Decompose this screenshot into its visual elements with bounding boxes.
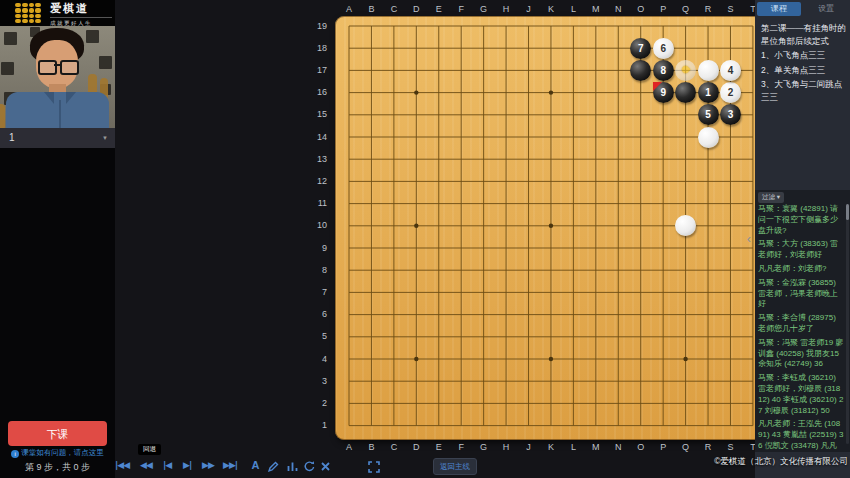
coord-letter: R <box>700 442 716 453</box>
fullscreen-icon[interactable] <box>367 460 380 473</box>
coord-letter: P <box>655 442 671 453</box>
coord-number: 7 <box>301 287 327 298</box>
coord-letter: F <box>453 442 469 453</box>
coord-letter: C <box>386 442 402 453</box>
lesson-item: 1、小飞角点三三 <box>761 49 846 62</box>
coord-letter: L <box>565 4 581 15</box>
coord-letter: N <box>610 442 626 453</box>
glasses-icon <box>38 60 78 73</box>
stone-black: 7 <box>630 38 651 59</box>
playback-toolbar: |◀◀ ◀◀ |◀ ▶| ▶▶ ▶▶| A 返回主线 回退 <box>115 458 755 478</box>
instructor-shirt <box>6 92 109 128</box>
chat-scrollbar[interactable] <box>846 204 849 444</box>
last-move-marker <box>653 82 662 91</box>
info-icon: i <box>11 450 19 458</box>
coord-letter: J <box>521 442 537 453</box>
coord-number: 1 <box>301 420 327 431</box>
fast-forward-button[interactable]: ▶▶ <box>202 460 214 470</box>
coord-number: 2 <box>301 398 327 409</box>
end-class-button[interactable]: 下课 <box>8 421 107 446</box>
stone-black <box>630 60 651 81</box>
brand-header: 爱棋道 成就更好人生 <box>0 0 115 26</box>
coord-letter: B <box>363 442 379 453</box>
coord-letter: E <box>431 442 447 453</box>
chat-message-list: 马聚：寰翼 (42891) 请问一下很空下侧赢多少盘升级?马聚：大方 (3836… <box>758 204 844 452</box>
coord-letter: F <box>453 4 469 15</box>
step-back-button[interactable]: |◀ <box>163 460 171 470</box>
stone-black: 5 <box>698 104 719 125</box>
chat-message: 马聚：冯聚 雷老师19 廖训鑫 (40258) 我朋友15 余知乐 (42749… <box>758 338 844 370</box>
stone-white: 4 <box>720 60 741 81</box>
analysis-chart-icon[interactable] <box>286 460 299 473</box>
stone-black: 8 <box>653 60 674 81</box>
chat-panel[interactable]: 过滤 ▾ 马聚：寰翼 (42891) 请问一下很空下侧赢多少盘升级?马聚：大方 … <box>755 190 850 452</box>
coord-number: 18 <box>301 43 327 54</box>
go-lecture-app: 爱棋道 成就更好人生 <box>0 0 850 478</box>
coord-letter: Q <box>678 4 694 15</box>
jump-to-end-button[interactable]: ▶▶| <box>223 460 237 470</box>
lesson-item: 3、大飞角与二间跳点三三 <box>761 78 846 104</box>
brand-slogan: 成就更好人生 <box>50 17 112 27</box>
coord-letter: M <box>588 442 604 453</box>
coord-number: 9 <box>301 243 327 254</box>
coord-letter: O <box>633 4 649 15</box>
board-grid <box>335 16 763 440</box>
copyright-text: ©爱棋道（北京）文化传播有限公司 <box>714 456 848 468</box>
coord-number: 3 <box>301 376 327 387</box>
coord-number: 8 <box>301 265 327 276</box>
coord-number: 6 <box>301 309 327 320</box>
coord-number: 11 <box>301 198 327 209</box>
cursor-icon <box>681 64 691 74</box>
lesson-outline: 第二课——有挂角时的星位角部后续定式 1、小飞角点三三 2、单关角点三三 3、大… <box>761 22 846 104</box>
coord-letter: N <box>610 4 626 15</box>
coord-number: 5 <box>301 331 327 342</box>
ghost-stone <box>675 60 696 81</box>
coord-letter: R <box>700 4 716 15</box>
coord-letter: D <box>408 4 424 15</box>
chat-message: 马聚：大方 (38363) 雷老师好，刘老师好 <box>758 239 844 261</box>
goban-area: 123456789 AABBCCDDEEFFGGHHJJKKLLMMNNOOPP… <box>115 0 755 478</box>
tab-lesson[interactable]: 课程 <box>757 2 801 16</box>
clear-marks-icon[interactable] <box>319 460 332 473</box>
coord-letter: E <box>431 4 447 15</box>
coord-letter: S <box>722 4 738 15</box>
coord-letter: P <box>655 4 671 15</box>
coord-number: 15 <box>301 109 327 120</box>
fast-back-button[interactable]: ◀◀ <box>140 460 152 470</box>
go-board[interactable]: 123456789 <box>335 16 763 440</box>
coord-letter: H <box>498 442 514 453</box>
panel-tabs: 课程 设置 <box>755 2 850 16</box>
lesson-title: 第二课——有挂角时的星位角部后续定式 <box>761 22 846 48</box>
coord-letter: D <box>408 442 424 453</box>
left-panel: 爱棋道 成就更好人生 <box>0 0 115 478</box>
coord-letter: H <box>498 4 514 15</box>
coord-letter: O <box>633 442 649 453</box>
coord-letter: G <box>476 4 492 15</box>
tab-settings[interactable]: 设置 <box>805 2 849 16</box>
brand-logo-icon <box>15 3 41 23</box>
coord-number: 14 <box>301 132 327 143</box>
coord-number: 17 <box>301 65 327 76</box>
coord-letter: K <box>543 442 559 453</box>
return-to-mainline-button[interactable]: 返回主线 <box>433 458 477 475</box>
pencil-tool-icon[interactable] <box>267 460 280 473</box>
refresh-icon[interactable] <box>303 460 316 473</box>
instructor-video: 爱棋道 成就更好人生 <box>0 0 115 128</box>
chat-filter-dropdown[interactable]: 过滤 ▾ <box>758 192 784 203</box>
right-panel: 课程 设置 第二课——有挂角时的星位角部后续定式 1、小飞角点三三 2、单关角点… <box>755 0 850 478</box>
coord-number: 4 <box>301 354 327 365</box>
instructor-figure <box>0 26 115 128</box>
chat-message: 凡凡老师：刘老师? <box>758 264 844 275</box>
coord-number: 13 <box>301 154 327 165</box>
coord-number: 16 <box>301 87 327 98</box>
coord-letter: A <box>341 442 357 453</box>
chevron-down-icon: ▼ <box>102 128 108 148</box>
chat-message: 马聚：李钰成 (36210) 雷老师好，刘穆辰 (31812) 40 李钰成 (… <box>758 373 844 416</box>
camera-select-value: 1 <box>9 132 15 143</box>
classroom-help-link[interactable]: i课堂如有问题，请点这里 <box>0 448 115 458</box>
coord-letter: L <box>565 442 581 453</box>
stone-white: 6 <box>653 38 674 59</box>
lesson-item: 2、单关角点三三 <box>761 64 846 77</box>
panel-collapse-chevron-icon[interactable]: ‹ <box>743 227 755 251</box>
step-forward-button[interactable]: ▶| <box>183 460 191 470</box>
stone-white <box>698 127 719 148</box>
coord-letter: K <box>543 4 559 15</box>
jump-to-start-button[interactable]: |◀◀ <box>115 460 129 470</box>
coord-number: 10 <box>301 220 327 231</box>
chat-message: 马聚：金泓霖 (36855) 雷老师，冯果老师晚上好 <box>758 278 844 310</box>
chat-message: 马聚：李合博 (28975) 老师您几十岁了 <box>758 313 844 335</box>
coord-letter: C <box>386 4 402 15</box>
coord-letter: J <box>521 4 537 15</box>
stone-black: 1 <box>698 82 719 103</box>
chat-message: 马聚：寰翼 (42891) 请问一下很空下侧赢多少盘升级? <box>758 204 844 236</box>
chat-message: 凡凡老师：王泓先 (10891) 43 黄胤喆 (22519) 3 6 倪凯文 … <box>758 419 844 452</box>
coord-letter: B <box>363 4 379 15</box>
coord-letter: M <box>588 4 604 15</box>
coord-letter: Q <box>678 442 694 453</box>
coord-letter: G <box>476 442 492 453</box>
coord-number: 19 <box>301 21 327 32</box>
coord-letter: A <box>341 4 357 15</box>
stone-white <box>698 60 719 81</box>
stone-white: 2 <box>720 82 741 103</box>
coord-letter: S <box>722 442 738 453</box>
move-counter: 第 9 步，共 0 步 <box>0 461 115 474</box>
brand-name: 爱棋道 <box>50 2 112 14</box>
label-tool-button[interactable]: A <box>249 459 262 472</box>
coord-number: 12 <box>301 176 327 187</box>
undo-tooltip: 回退 <box>138 444 161 455</box>
camera-select-dropdown[interactable]: 1 ▼ <box>0 128 115 148</box>
